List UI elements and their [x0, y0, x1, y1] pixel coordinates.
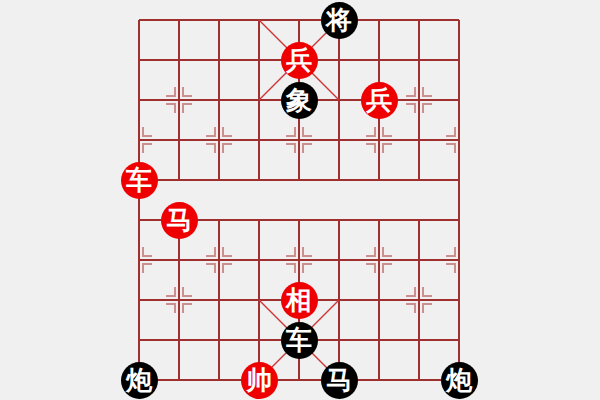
piece-red-general[interactable]: 帅 [241, 362, 278, 399]
piece-red-chariot[interactable]: 车 [121, 162, 158, 199]
xiangqi-board: 将兵象兵车马相车炮帅马炮 [119, 0, 479, 400]
piece-black-chariot[interactable]: 车 [281, 322, 318, 359]
piece-black-cannon[interactable]: 炮 [441, 362, 478, 399]
xiangqi-app: 将兵象兵车马相车炮帅马炮 [0, 0, 600, 400]
piece-black-general[interactable]: 将 [321, 2, 358, 39]
piece-red-horse[interactable]: 马 [161, 202, 198, 239]
piece-red-elephant[interactable]: 相 [281, 282, 318, 319]
piece-red-soldier[interactable]: 兵 [281, 42, 318, 79]
piece-black-horse[interactable]: 马 [321, 362, 358, 399]
piece-black-cannon[interactable]: 炮 [121, 362, 158, 399]
piece-red-soldier[interactable]: 兵 [361, 82, 398, 119]
piece-black-elephant[interactable]: 象 [281, 82, 318, 119]
